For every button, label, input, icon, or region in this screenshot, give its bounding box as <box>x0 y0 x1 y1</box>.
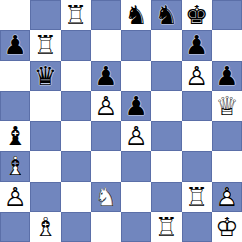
square-d5[interactable]: ♟♙ <box>91 91 121 121</box>
square-a7[interactable]: ♟ <box>0 30 30 60</box>
square-e3[interactable] <box>121 151 151 181</box>
piece-white-pawn: ♟♙ <box>121 121 151 151</box>
square-b7[interactable]: ♜♖ <box>30 30 60 60</box>
piece-white-knight: ♞♘ <box>91 182 121 212</box>
chess-board: ♜♖♞♞♚♟♜♖♟♛♟♟♙♟♟♙♟♛♕♝♟♙♝♗♟♙♞♘♜♖♟♙♝♗♜♖♚♔ <box>0 0 242 242</box>
piece-white-king: ♚♔ <box>212 212 242 242</box>
white-piece-outline-layer: ♙ <box>121 121 151 151</box>
white-piece-outline-layer: ♕ <box>212 91 242 121</box>
white-piece-outline-layer: ♗ <box>0 151 30 181</box>
piece-black-knight: ♞ <box>151 0 181 30</box>
square-d2[interactable]: ♞♘ <box>91 182 121 212</box>
black-piece-glyph: ♞ <box>151 0 181 30</box>
square-h4[interactable] <box>212 121 242 151</box>
square-g1[interactable] <box>182 212 212 242</box>
square-c2[interactable] <box>61 182 91 212</box>
square-f4[interactable] <box>151 121 181 151</box>
square-e1[interactable] <box>121 212 151 242</box>
square-c3[interactable] <box>61 151 91 181</box>
white-piece-outline-layer: ♗ <box>30 212 60 242</box>
piece-white-queen: ♛♕ <box>212 91 242 121</box>
white-piece-outline-layer: ♖ <box>61 0 91 30</box>
square-a4[interactable]: ♝ <box>0 121 30 151</box>
piece-white-pawn: ♟♙ <box>182 61 212 91</box>
white-piece-outline-layer: ♙ <box>182 61 212 91</box>
square-b5[interactable] <box>30 91 60 121</box>
square-d3[interactable] <box>91 151 121 181</box>
square-c4[interactable] <box>61 121 91 151</box>
piece-white-rook: ♜♖ <box>61 0 91 30</box>
black-piece-glyph: ♚ <box>182 0 212 30</box>
white-piece-outline-layer: ♙ <box>212 182 242 212</box>
square-e8[interactable]: ♞ <box>121 0 151 30</box>
square-c6[interactable] <box>61 61 91 91</box>
square-a2[interactable]: ♟♙ <box>0 182 30 212</box>
piece-black-pawn: ♟ <box>212 61 242 91</box>
piece-black-queen: ♛ <box>30 61 60 91</box>
square-g6[interactable]: ♟♙ <box>182 61 212 91</box>
piece-black-knight: ♞ <box>121 0 151 30</box>
square-e7[interactable] <box>121 30 151 60</box>
square-d8[interactable] <box>91 0 121 30</box>
square-h7[interactable] <box>212 30 242 60</box>
black-piece-glyph: ♝ <box>0 121 30 151</box>
square-g3[interactable] <box>182 151 212 181</box>
black-piece-glyph: ♟ <box>182 30 212 60</box>
square-c8[interactable]: ♜♖ <box>61 0 91 30</box>
square-h2[interactable]: ♟♙ <box>212 182 242 212</box>
square-a6[interactable] <box>0 61 30 91</box>
square-f8[interactable]: ♞ <box>151 0 181 30</box>
square-f3[interactable] <box>151 151 181 181</box>
square-c7[interactable] <box>61 30 91 60</box>
piece-white-rook: ♜♖ <box>151 212 181 242</box>
piece-white-pawn: ♟♙ <box>212 182 242 212</box>
black-piece-glyph: ♟ <box>0 30 30 60</box>
piece-black-pawn: ♟ <box>182 30 212 60</box>
square-d4[interactable] <box>91 121 121 151</box>
square-d1[interactable] <box>91 212 121 242</box>
square-e5[interactable]: ♟ <box>121 91 151 121</box>
piece-white-pawn: ♟♙ <box>91 91 121 121</box>
white-piece-outline-layer: ♔ <box>212 212 242 242</box>
square-e4[interactable]: ♟♙ <box>121 121 151 151</box>
square-f5[interactable] <box>151 91 181 121</box>
piece-black-king: ♚ <box>182 0 212 30</box>
square-g5[interactable] <box>182 91 212 121</box>
square-g7[interactable]: ♟ <box>182 30 212 60</box>
white-piece-outline-layer: ♖ <box>151 212 181 242</box>
square-g4[interactable] <box>182 121 212 151</box>
square-c5[interactable] <box>61 91 91 121</box>
white-piece-outline-layer: ♖ <box>30 30 60 60</box>
square-a1[interactable] <box>0 212 30 242</box>
square-b8[interactable] <box>30 0 60 30</box>
piece-white-rook: ♜♖ <box>182 182 212 212</box>
black-piece-glyph: ♟ <box>91 61 121 91</box>
black-piece-glyph: ♛ <box>30 61 60 91</box>
square-g8[interactable]: ♚ <box>182 0 212 30</box>
square-d6[interactable]: ♟ <box>91 61 121 91</box>
piece-black-bishop: ♝ <box>0 121 30 151</box>
square-a3[interactable]: ♝♗ <box>0 151 30 181</box>
square-a5[interactable] <box>0 91 30 121</box>
square-b4[interactable] <box>30 121 60 151</box>
square-c1[interactable] <box>61 212 91 242</box>
piece-black-pawn: ♟ <box>91 61 121 91</box>
square-h8[interactable] <box>212 0 242 30</box>
square-d7[interactable] <box>91 30 121 60</box>
square-h3[interactable] <box>212 151 242 181</box>
square-e6[interactable] <box>121 61 151 91</box>
square-f1[interactable]: ♜♖ <box>151 212 181 242</box>
square-b1[interactable]: ♝♗ <box>30 212 60 242</box>
square-e2[interactable] <box>121 182 151 212</box>
piece-black-pawn: ♟ <box>121 91 151 121</box>
square-h6[interactable]: ♟ <box>212 61 242 91</box>
black-piece-glyph: ♟ <box>121 91 151 121</box>
piece-black-pawn: ♟ <box>0 30 30 60</box>
black-piece-glyph: ♟ <box>212 61 242 91</box>
square-b2[interactable] <box>30 182 60 212</box>
piece-white-rook: ♜♖ <box>30 30 60 60</box>
square-b6[interactable]: ♛ <box>30 61 60 91</box>
square-h1[interactable]: ♚♔ <box>212 212 242 242</box>
square-b3[interactable] <box>30 151 60 181</box>
square-g2[interactable]: ♜♖ <box>182 182 212 212</box>
piece-white-bishop: ♝♗ <box>0 151 30 181</box>
square-f2[interactable] <box>151 182 181 212</box>
white-piece-outline-layer: ♖ <box>182 182 212 212</box>
square-f6[interactable] <box>151 61 181 91</box>
black-piece-glyph: ♞ <box>121 0 151 30</box>
piece-white-pawn: ♟♙ <box>0 182 30 212</box>
square-h5[interactable]: ♛♕ <box>212 91 242 121</box>
white-piece-outline-layer: ♙ <box>0 182 30 212</box>
square-a8[interactable] <box>0 0 30 30</box>
piece-white-bishop: ♝♗ <box>30 212 60 242</box>
white-piece-outline-layer: ♙ <box>91 91 121 121</box>
white-piece-outline-layer: ♘ <box>91 182 121 212</box>
square-f7[interactable] <box>151 30 181 60</box>
